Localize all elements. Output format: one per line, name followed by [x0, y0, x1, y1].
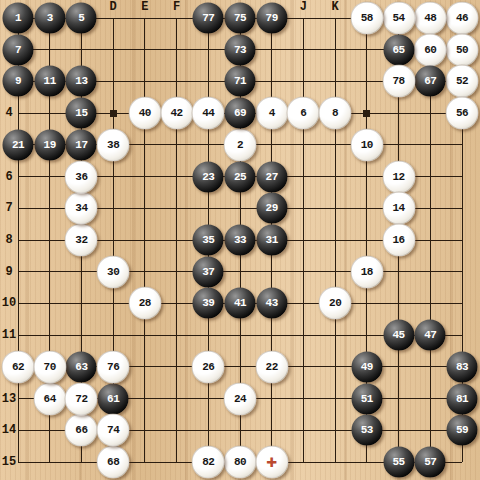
stone-move-37-G9[interactable]: 37 [193, 256, 224, 287]
last-move-stone-84-I15[interactable]: ✚ [255, 446, 288, 479]
stone-move-5-C1[interactable]: 5 [66, 3, 97, 34]
row-label-9: 9 [5, 266, 12, 278]
stone-move-79-I1[interactable]: 79 [256, 3, 287, 34]
stone-move-72-C13[interactable]: 72 [65, 382, 98, 415]
stone-move-44-G4[interactable]: 44 [192, 97, 225, 130]
stone-move-49-L12[interactable]: 49 [351, 351, 382, 382]
stone-move-12-M6[interactable]: 12 [382, 160, 415, 193]
stone-move-29-I7[interactable]: 29 [256, 193, 287, 224]
stone-move-19-B5[interactable]: 19 [34, 129, 65, 160]
row-label-6: 6 [5, 171, 12, 183]
stone-move-52-O3[interactable]: 52 [446, 65, 479, 98]
row-label-13: 13 [2, 393, 16, 405]
stone-move-24-H13[interactable]: 24 [224, 382, 257, 415]
stone-move-74-D14[interactable]: 74 [97, 414, 130, 447]
stone-move-78-M3[interactable]: 78 [382, 65, 415, 98]
stone-move-14-M7[interactable]: 14 [382, 192, 415, 225]
stone-move-68-D15[interactable]: 68 [97, 446, 130, 479]
stone-move-9-A3[interactable]: 9 [3, 66, 34, 97]
stone-move-33-H8[interactable]: 33 [225, 225, 256, 256]
row-label-15: 15 [2, 456, 16, 468]
stone-move-36-C6[interactable]: 36 [65, 160, 98, 193]
stone-move-11-B3[interactable]: 11 [34, 66, 65, 97]
stone-move-26-G12[interactable]: 26 [192, 350, 225, 383]
stone-move-55-M15[interactable]: 55 [383, 447, 414, 478]
stone-move-2-H5[interactable]: 2 [224, 128, 257, 161]
column-label-E: E [141, 1, 148, 13]
stone-move-23-G6[interactable]: 23 [193, 161, 224, 192]
stone-move-53-L14[interactable]: 53 [351, 415, 382, 446]
stone-move-58-L1[interactable]: 58 [350, 2, 383, 35]
stone-move-41-H10[interactable]: 41 [225, 288, 256, 319]
stone-move-63-C12[interactable]: 63 [66, 351, 97, 382]
stone-move-67-N3[interactable]: 67 [415, 66, 446, 97]
stone-move-57-N15[interactable]: 57 [415, 447, 446, 478]
stone-move-77-G1[interactable]: 77 [193, 3, 224, 34]
stone-move-20-K10[interactable]: 20 [319, 287, 352, 320]
stone-move-73-H2[interactable]: 73 [225, 34, 256, 65]
stone-move-16-M8[interactable]: 16 [382, 224, 415, 257]
stone-move-43-I10[interactable]: 43 [256, 288, 287, 319]
stone-move-27-I6[interactable]: 27 [256, 161, 287, 192]
star-point-D4 [110, 110, 117, 117]
stone-move-39-G10[interactable]: 39 [193, 288, 224, 319]
stone-move-60-N2[interactable]: 60 [414, 33, 447, 66]
stone-move-38-D5[interactable]: 38 [97, 128, 130, 161]
stone-move-31-I8[interactable]: 31 [256, 225, 287, 256]
row-label-10: 10 [2, 297, 16, 309]
stone-move-4-I4[interactable]: 4 [255, 97, 288, 130]
stone-move-76-D12[interactable]: 76 [97, 350, 130, 383]
stone-move-32-C8[interactable]: 32 [65, 224, 98, 257]
stone-move-22-I12[interactable]: 22 [255, 350, 288, 383]
stone-move-25-H6[interactable]: 25 [225, 161, 256, 192]
stone-move-83-O12[interactable]: 83 [447, 351, 478, 382]
row-label-4: 4 [5, 107, 12, 119]
stone-move-21-A5[interactable]: 21 [3, 129, 34, 160]
stone-move-54-M1[interactable]: 54 [382, 2, 415, 35]
stone-move-3-B1[interactable]: 3 [34, 3, 65, 34]
stone-move-17-C5[interactable]: 17 [66, 129, 97, 160]
stone-move-80-H15[interactable]: 80 [224, 446, 257, 479]
stone-move-1-A1[interactable]: 1 [3, 3, 34, 34]
last-move-cross-icon: ✚ [266, 456, 277, 469]
stone-move-59-O14[interactable]: 59 [447, 415, 478, 446]
star-point-L4 [363, 110, 370, 117]
stone-move-51-L13[interactable]: 51 [351, 383, 382, 414]
game-screen: DEFJK46789101113141512345678910111213141… [0, 0, 480, 480]
column-label-F: F [173, 1, 180, 13]
stone-move-48-N1[interactable]: 48 [414, 2, 447, 35]
stone-move-8-K4[interactable]: 8 [319, 97, 352, 130]
row-label-7: 7 [5, 202, 12, 214]
stone-move-35-G8[interactable]: 35 [193, 225, 224, 256]
stone-move-50-O2[interactable]: 50 [446, 33, 479, 66]
stone-move-81-O13[interactable]: 81 [447, 383, 478, 414]
stone-move-47-N11[interactable]: 47 [415, 320, 446, 351]
stone-move-7-A2[interactable]: 7 [3, 34, 34, 65]
stone-move-10-L5[interactable]: 10 [350, 128, 383, 161]
row-label-11: 11 [2, 329, 16, 341]
stone-move-82-G15[interactable]: 82 [192, 446, 225, 479]
stone-move-46-O1[interactable]: 46 [446, 2, 479, 35]
stone-move-42-F4[interactable]: 42 [160, 97, 193, 130]
stone-move-34-C7[interactable]: 34 [65, 192, 98, 225]
stone-move-15-C4[interactable]: 15 [66, 98, 97, 129]
stone-move-61-D13[interactable]: 61 [98, 383, 129, 414]
stone-move-70-B12[interactable]: 70 [33, 350, 66, 383]
stone-move-30-D9[interactable]: 30 [97, 255, 130, 288]
stone-move-13-C3[interactable]: 13 [66, 66, 97, 97]
stone-move-66-C14[interactable]: 66 [65, 414, 98, 447]
stone-move-62-A12[interactable]: 62 [2, 350, 35, 383]
column-label-J: J [300, 1, 307, 13]
stone-move-40-E4[interactable]: 40 [128, 97, 161, 130]
stone-move-6-J4[interactable]: 6 [287, 97, 320, 130]
column-label-D: D [110, 1, 117, 13]
row-label-8: 8 [5, 234, 12, 246]
stone-move-75-H1[interactable]: 75 [225, 3, 256, 34]
stone-move-45-M11[interactable]: 45 [383, 320, 414, 351]
stone-move-69-H4[interactable]: 69 [225, 98, 256, 129]
stone-move-64-B13[interactable]: 64 [33, 382, 66, 415]
stone-move-28-E10[interactable]: 28 [128, 287, 161, 320]
stone-move-71-H3[interactable]: 71 [225, 66, 256, 97]
stone-move-56-O4[interactable]: 56 [446, 97, 479, 130]
gomoku-board[interactable]: DEFJK46789101113141512345678910111213141… [0, 0, 480, 480]
column-label-K: K [332, 1, 339, 13]
stone-move-65-M2[interactable]: 65 [383, 34, 414, 65]
stone-move-18-L9[interactable]: 18 [350, 255, 383, 288]
row-label-14: 14 [2, 424, 16, 436]
